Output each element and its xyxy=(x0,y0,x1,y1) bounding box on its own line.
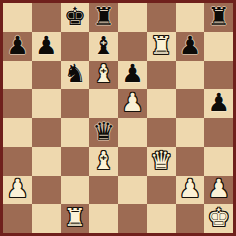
square-c4[interactable] xyxy=(61,118,90,147)
square-a4[interactable] xyxy=(3,118,32,147)
piece-white-rook[interactable]: ♜ xyxy=(150,33,172,58)
piece-white-pawn[interactable]: ♟ xyxy=(207,176,229,201)
square-b8[interactable] xyxy=(32,3,61,32)
square-b7[interactable]: ♟ xyxy=(32,32,61,61)
square-b3[interactable] xyxy=(32,147,61,176)
square-f4[interactable] xyxy=(147,118,176,147)
square-h7[interactable] xyxy=(204,32,233,61)
piece-white-rook[interactable]: ♜ xyxy=(64,205,86,230)
piece-white-pawn[interactable]: ♟ xyxy=(179,176,201,201)
square-c6[interactable]: ♞ xyxy=(61,61,90,90)
square-d4[interactable]: ♛ xyxy=(89,118,118,147)
square-g4[interactable] xyxy=(176,118,205,147)
square-h1[interactable]: ♚ xyxy=(204,204,233,233)
square-b4[interactable] xyxy=(32,118,61,147)
square-e8[interactable] xyxy=(118,3,147,32)
piece-black-pawn[interactable]: ♟ xyxy=(35,33,57,58)
square-e2[interactable] xyxy=(118,176,147,205)
square-c5[interactable] xyxy=(61,89,90,118)
piece-white-bishop[interactable]: ♝ xyxy=(92,61,114,86)
square-c7[interactable] xyxy=(61,32,90,61)
square-b5[interactable] xyxy=(32,89,61,118)
square-d2[interactable] xyxy=(89,176,118,205)
square-a5[interactable] xyxy=(3,89,32,118)
square-a8[interactable] xyxy=(3,3,32,32)
square-g2[interactable]: ♟ xyxy=(176,176,205,205)
square-e7[interactable] xyxy=(118,32,147,61)
square-c3[interactable] xyxy=(61,147,90,176)
square-a1[interactable] xyxy=(3,204,32,233)
square-g7[interactable]: ♟ xyxy=(176,32,205,61)
square-c8[interactable]: ♚ xyxy=(61,3,90,32)
piece-black-rook[interactable]: ♜ xyxy=(92,4,114,29)
square-d6[interactable]: ♝ xyxy=(89,61,118,90)
square-f3[interactable]: ♛ xyxy=(147,147,176,176)
piece-black-pawn[interactable]: ♟ xyxy=(207,90,229,115)
square-e6[interactable]: ♟ xyxy=(118,61,147,90)
square-e3[interactable] xyxy=(118,147,147,176)
square-d8[interactable]: ♜ xyxy=(89,3,118,32)
square-g3[interactable] xyxy=(176,147,205,176)
piece-black-pawn[interactable]: ♟ xyxy=(6,33,28,58)
square-f2[interactable] xyxy=(147,176,176,205)
square-b6[interactable] xyxy=(32,61,61,90)
square-c1[interactable]: ♜ xyxy=(61,204,90,233)
square-f7[interactable]: ♜ xyxy=(147,32,176,61)
piece-black-rook[interactable]: ♜ xyxy=(207,4,229,29)
piece-white-pawn[interactable]: ♟ xyxy=(6,176,28,201)
square-g6[interactable] xyxy=(176,61,205,90)
piece-white-queen[interactable]: ♛ xyxy=(150,148,172,173)
square-e5[interactable]: ♟ xyxy=(118,89,147,118)
piece-black-knight[interactable]: ♞ xyxy=(64,61,86,86)
square-a6[interactable] xyxy=(3,61,32,90)
square-f6[interactable] xyxy=(147,61,176,90)
piece-black-pawn[interactable]: ♟ xyxy=(121,61,143,86)
square-g8[interactable] xyxy=(176,3,205,32)
square-d3[interactable]: ♝ xyxy=(89,147,118,176)
square-c2[interactable] xyxy=(61,176,90,205)
square-h2[interactable]: ♟ xyxy=(204,176,233,205)
piece-white-pawn[interactable]: ♟ xyxy=(121,90,143,115)
square-h8[interactable]: ♜ xyxy=(204,3,233,32)
square-b2[interactable] xyxy=(32,176,61,205)
board-frame: ♚♜♜♟♟♝♜♟♞♝♟♟♟♛♝♛♟♟♟♜♚ xyxy=(0,0,236,236)
piece-black-bishop[interactable]: ♝ xyxy=(92,33,114,58)
square-f8[interactable] xyxy=(147,3,176,32)
square-a7[interactable]: ♟ xyxy=(3,32,32,61)
square-f5[interactable] xyxy=(147,89,176,118)
square-h4[interactable] xyxy=(204,118,233,147)
square-e1[interactable] xyxy=(118,204,147,233)
square-h3[interactable] xyxy=(204,147,233,176)
square-a3[interactable] xyxy=(3,147,32,176)
square-d5[interactable] xyxy=(89,89,118,118)
square-b1[interactable] xyxy=(32,204,61,233)
square-a2[interactable]: ♟ xyxy=(3,176,32,205)
square-g5[interactable] xyxy=(176,89,205,118)
piece-white-king[interactable]: ♚ xyxy=(207,205,229,230)
square-d7[interactable]: ♝ xyxy=(89,32,118,61)
square-g1[interactable] xyxy=(176,204,205,233)
chess-board: ♚♜♜♟♟♝♜♟♞♝♟♟♟♛♝♛♟♟♟♜♚ xyxy=(3,3,233,233)
square-e4[interactable] xyxy=(118,118,147,147)
piece-black-king[interactable]: ♚ xyxy=(64,4,86,29)
piece-black-queen[interactable]: ♛ xyxy=(92,119,114,144)
piece-black-pawn[interactable]: ♟ xyxy=(179,33,201,58)
square-h5[interactable]: ♟ xyxy=(204,89,233,118)
square-h6[interactable] xyxy=(204,61,233,90)
square-f1[interactable] xyxy=(147,204,176,233)
piece-white-bishop[interactable]: ♝ xyxy=(92,148,114,173)
square-d1[interactable] xyxy=(89,204,118,233)
